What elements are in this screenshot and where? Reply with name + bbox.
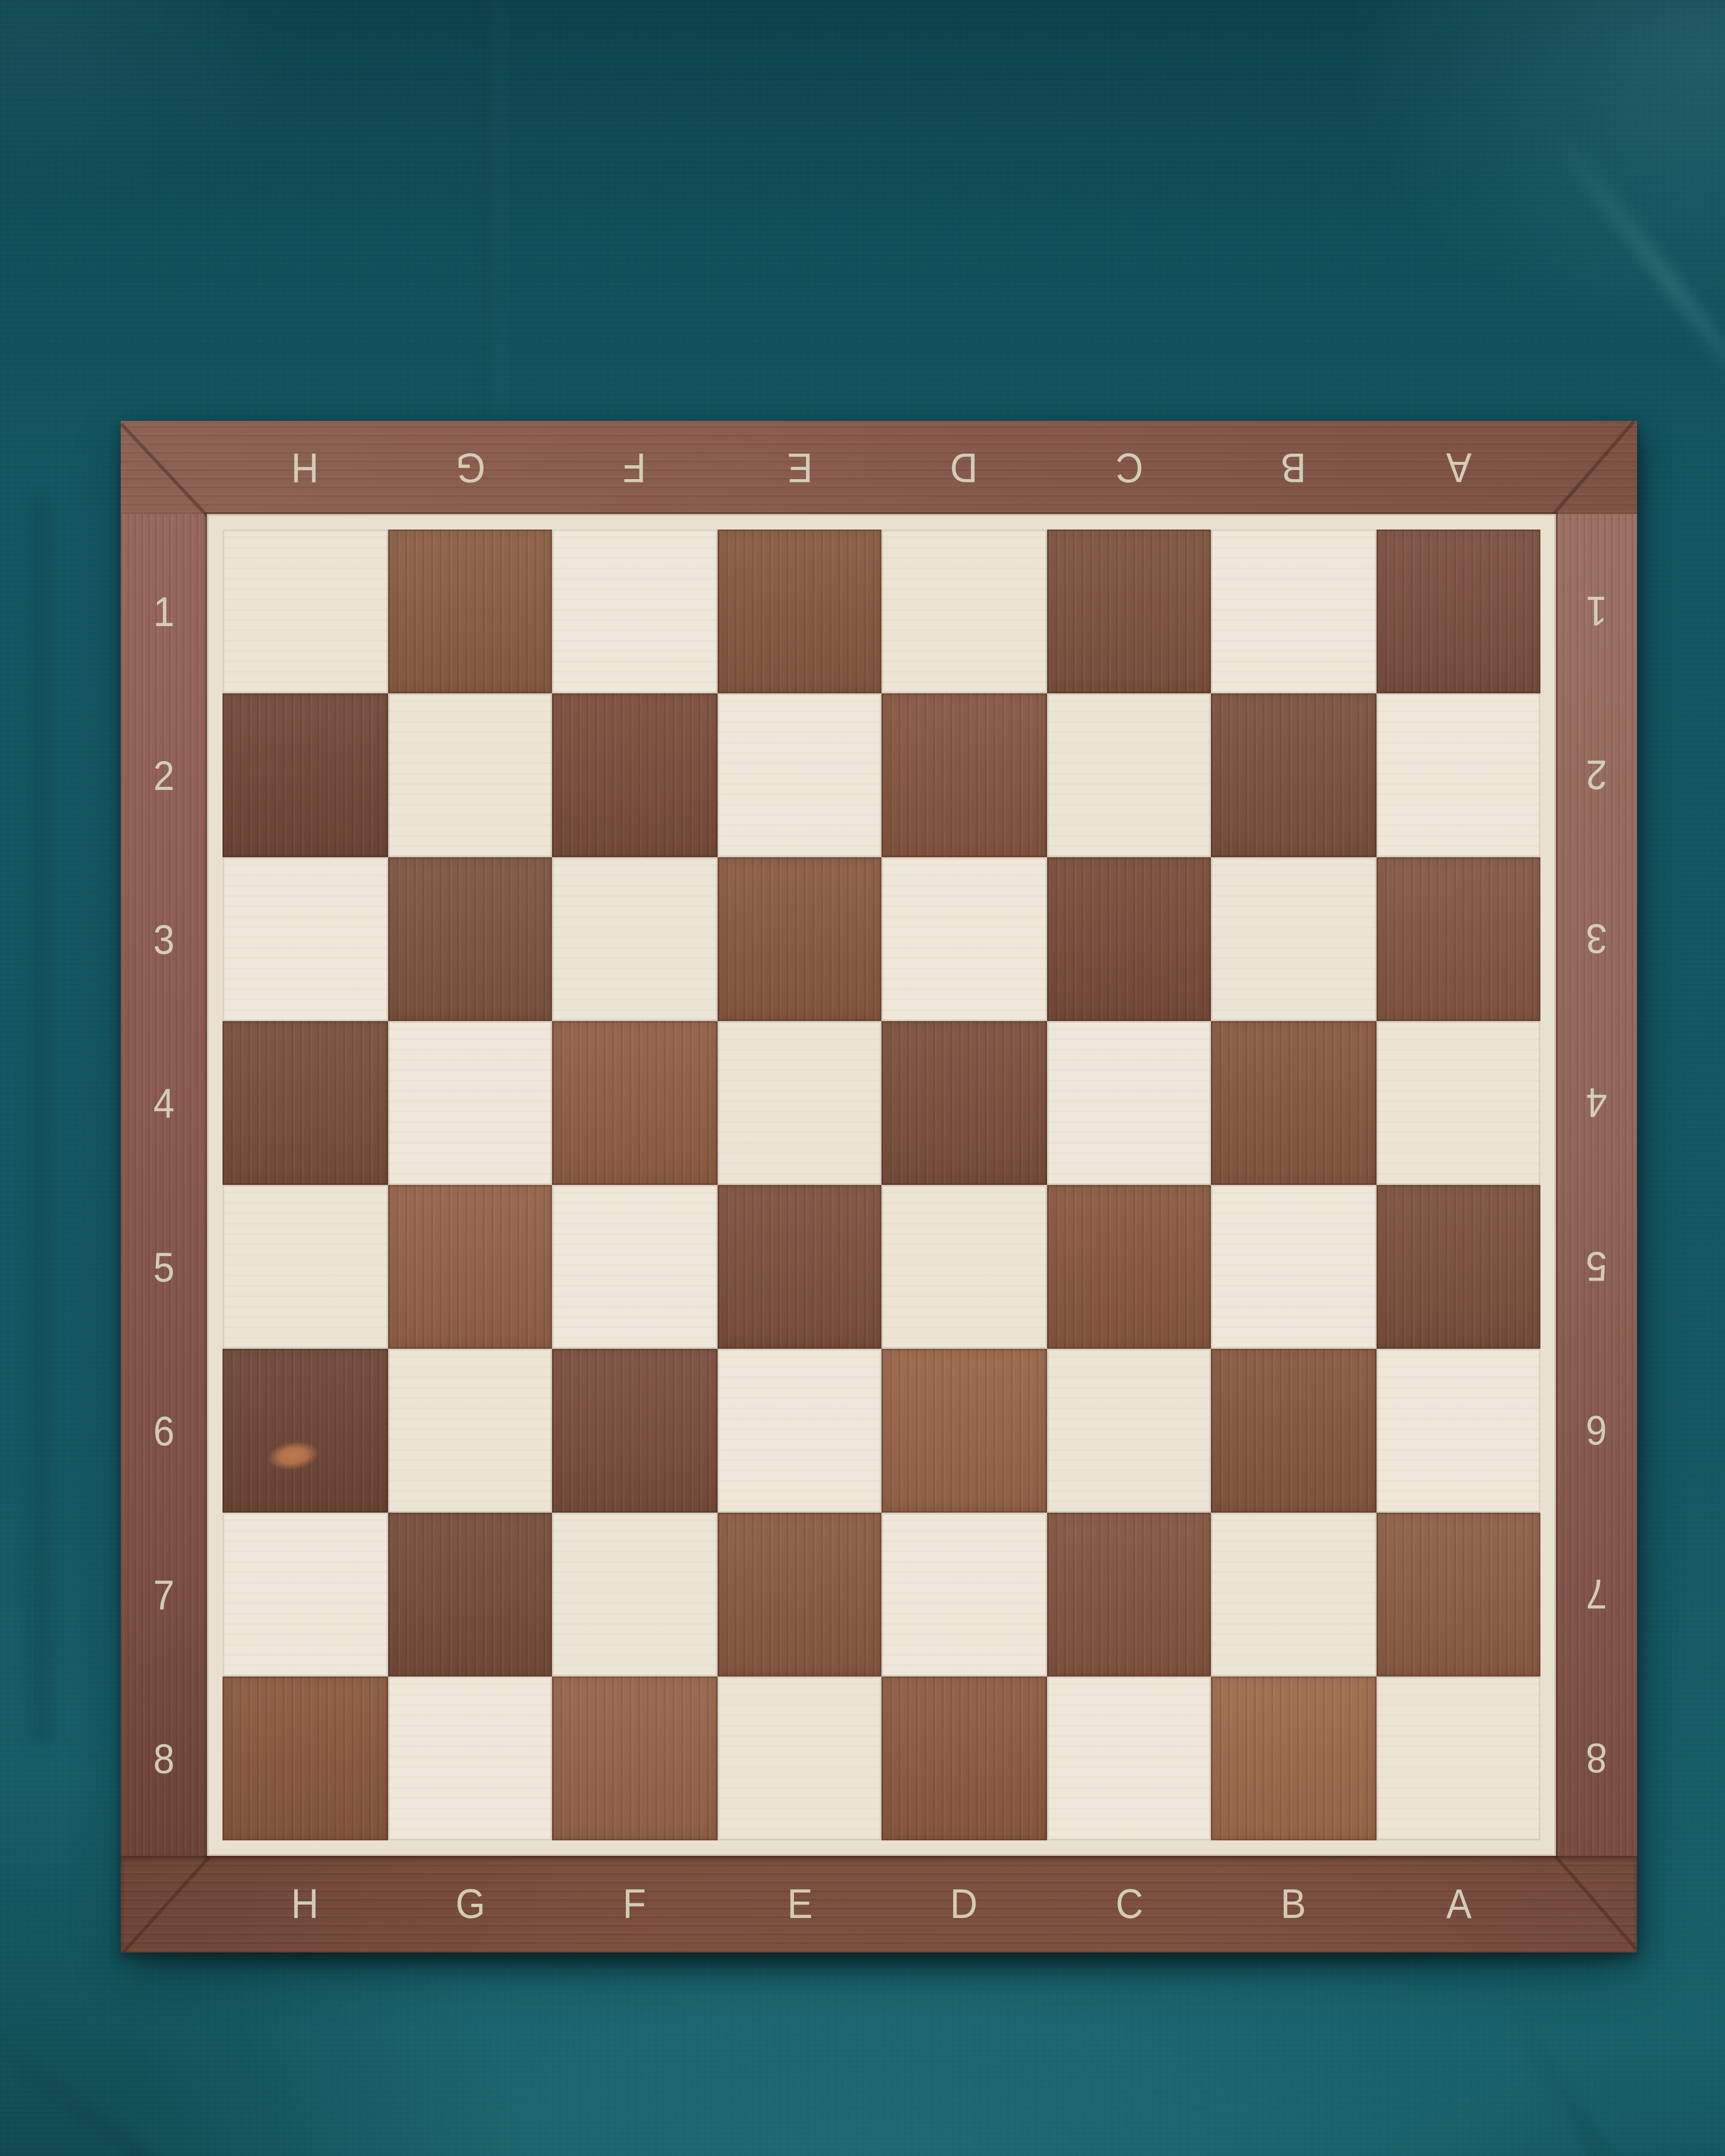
- square-d8: [881, 1677, 1046, 1840]
- file-label-bottom-f: F: [558, 1856, 710, 1952]
- rank-label-right-5: 5: [1559, 1185, 1634, 1349]
- square-f6: [552, 1349, 717, 1513]
- square-a1: [1376, 530, 1540, 693]
- chess-board: HGFEDCBA HGFEDCBA 12345678 12345678: [121, 421, 1637, 1952]
- square-h3: [223, 857, 387, 1021]
- file-label-top-f: F: [558, 421, 710, 514]
- square-b1: [1211, 530, 1376, 693]
- square-h8: [223, 1677, 387, 1840]
- square-c7: [1046, 1513, 1211, 1677]
- square-h1: [223, 530, 387, 693]
- square-d2: [881, 693, 1046, 857]
- square-e2: [717, 693, 881, 857]
- square-a4: [1376, 1021, 1540, 1185]
- square-c2: [1046, 693, 1211, 857]
- square-g3: [387, 857, 552, 1021]
- square-a7: [1376, 1513, 1540, 1677]
- square-b8: [1211, 1677, 1376, 1840]
- square-d3: [881, 857, 1046, 1021]
- square-f1: [552, 530, 717, 693]
- file-label-top-g: G: [394, 421, 545, 514]
- square-f5: [552, 1185, 717, 1349]
- file-label-bottom-c: C: [1053, 1856, 1204, 1952]
- square-d4: [881, 1021, 1046, 1185]
- square-f3: [552, 857, 717, 1021]
- rank-labels-left: 12345678: [121, 530, 207, 1840]
- square-f7: [552, 1513, 717, 1677]
- square-c8: [1046, 1677, 1211, 1840]
- square-h5: [223, 1185, 387, 1349]
- square-g2: [387, 693, 552, 857]
- square-a5: [1376, 1185, 1540, 1349]
- rank-label-right-6: 6: [1559, 1349, 1634, 1513]
- file-label-bottom-e: E: [723, 1856, 875, 1952]
- square-b5: [1211, 1185, 1376, 1349]
- square-f4: [552, 1021, 717, 1185]
- squares-grid: [223, 530, 1540, 1840]
- file-label-top-b: B: [1217, 421, 1369, 514]
- file-label-top-h: H: [229, 421, 380, 514]
- square-e6: [717, 1349, 881, 1513]
- square-g6: [387, 1349, 552, 1513]
- square-c6: [1046, 1349, 1211, 1513]
- square-e3: [717, 857, 881, 1021]
- rank-label-right-7: 7: [1559, 1513, 1634, 1677]
- rank-label-left-3: 3: [124, 857, 204, 1021]
- square-c3: [1046, 857, 1211, 1021]
- square-e8: [717, 1677, 881, 1840]
- square-h6: [223, 1349, 387, 1513]
- square-h7: [223, 1513, 387, 1677]
- rank-label-left-7: 7: [124, 1513, 204, 1677]
- file-label-bottom-h: H: [229, 1856, 380, 1952]
- rank-label-right-2: 2: [1559, 693, 1634, 857]
- playing-field-frame: [207, 514, 1556, 1856]
- square-g1: [387, 530, 552, 693]
- square-a3: [1376, 857, 1540, 1021]
- square-h2: [223, 693, 387, 857]
- file-labels-bottom: HGFEDCBA: [223, 1856, 1540, 1952]
- square-b4: [1211, 1021, 1376, 1185]
- file-labels-top: HGFEDCBA: [223, 421, 1540, 514]
- rank-label-left-8: 8: [124, 1677, 204, 1840]
- square-c4: [1046, 1021, 1211, 1185]
- rank-label-left-4: 4: [124, 1021, 204, 1185]
- square-e1: [717, 530, 881, 693]
- file-label-bottom-a: A: [1382, 1856, 1534, 1952]
- square-d5: [881, 1185, 1046, 1349]
- square-g7: [387, 1513, 552, 1677]
- scene: HGFEDCBA HGFEDCBA 12345678 12345678: [0, 0, 1725, 2156]
- rank-label-left-5: 5: [124, 1185, 204, 1349]
- rank-label-left-1: 1: [124, 530, 204, 693]
- square-a8: [1376, 1677, 1540, 1840]
- square-g5: [387, 1185, 552, 1349]
- file-label-bottom-d: D: [888, 1856, 1039, 1952]
- rank-label-left-2: 2: [124, 693, 204, 857]
- square-e4: [717, 1021, 881, 1185]
- file-label-top-a: A: [1382, 421, 1534, 514]
- square-a6: [1376, 1349, 1540, 1513]
- square-e7: [717, 1513, 881, 1677]
- square-b6: [1211, 1349, 1376, 1513]
- fabric-fold: [486, 0, 502, 424]
- file-label-bottom-b: B: [1217, 1856, 1369, 1952]
- fabric-fold: [31, 500, 52, 1742]
- square-b2: [1211, 693, 1376, 857]
- rank-label-right-8: 8: [1559, 1677, 1634, 1840]
- rank-label-left-6: 6: [124, 1349, 204, 1513]
- rank-labels-right: 12345678: [1556, 530, 1637, 1840]
- square-d1: [881, 530, 1046, 693]
- square-f8: [552, 1677, 717, 1840]
- square-g8: [387, 1677, 552, 1840]
- rank-label-right-4: 4: [1559, 1021, 1634, 1185]
- square-h4: [223, 1021, 387, 1185]
- square-g4: [387, 1021, 552, 1185]
- square-b7: [1211, 1513, 1376, 1677]
- wood-knot-blemish: [265, 1439, 320, 1473]
- file-label-top-c: C: [1053, 421, 1204, 514]
- square-d6: [881, 1349, 1046, 1513]
- file-label-bottom-g: G: [394, 1856, 545, 1952]
- rank-label-right-3: 3: [1559, 857, 1634, 1021]
- square-e5: [717, 1185, 881, 1349]
- square-b3: [1211, 857, 1376, 1021]
- square-c5: [1046, 1185, 1211, 1349]
- square-f2: [552, 693, 717, 857]
- rank-label-right-1: 1: [1559, 530, 1634, 693]
- square-a2: [1376, 693, 1540, 857]
- square-c1: [1046, 530, 1211, 693]
- file-label-top-e: E: [723, 421, 875, 514]
- square-d7: [881, 1513, 1046, 1677]
- file-label-top-d: D: [888, 421, 1039, 514]
